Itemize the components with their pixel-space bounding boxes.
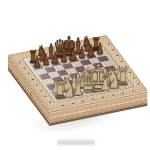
watermark bbox=[57, 140, 95, 145]
pieces-layer: ♜♞♝♛♚♝♞♜♟♟♟♟♟♟♟♟♟♟♟♟♟♟♟♟♜♞♝♛♚♝♞♜ bbox=[0, 0, 150, 150]
chess-set-product-photo: ♜♞♝♛♚♝♞♜♟♟♟♟♟♟♟♟♟♟♟♟♟♟♟♟♜♞♝♛♚♝♞♜ bbox=[0, 0, 150, 150]
white-rook-h1: ♜ bbox=[115, 66, 131, 90]
